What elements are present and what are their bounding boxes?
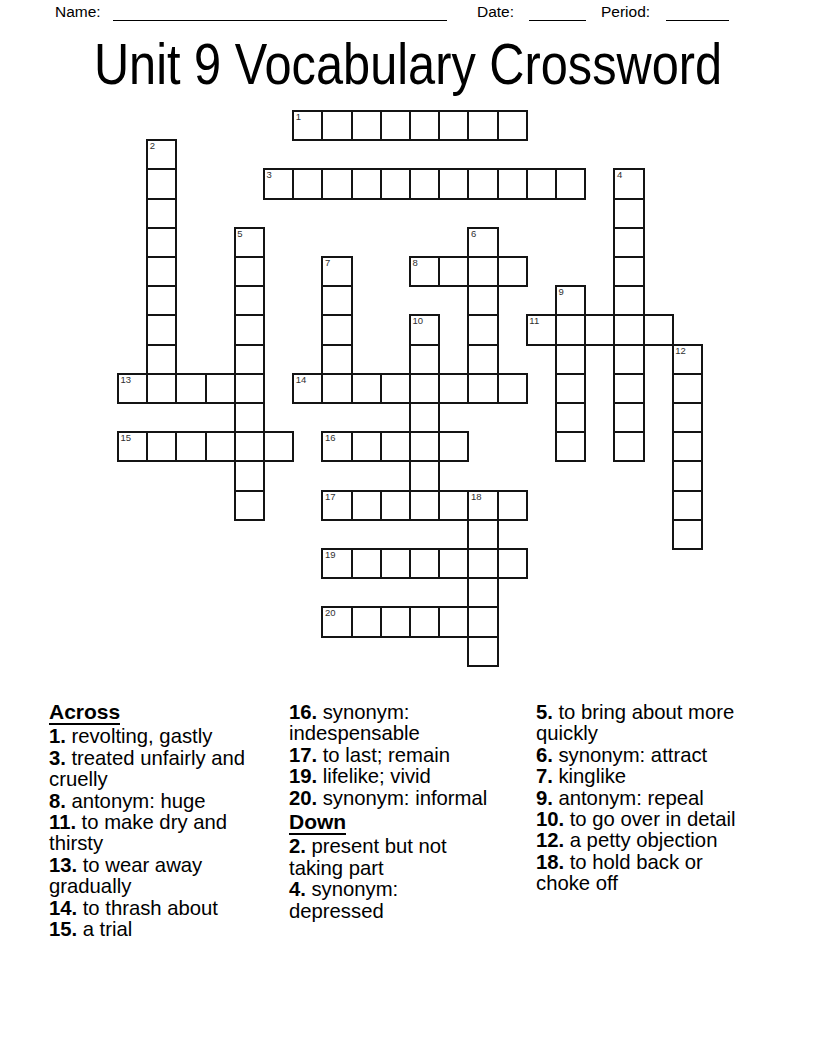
grid-cell-r0c7[interactable] — [321, 110, 352, 141]
clue-number: 10 — [413, 316, 424, 326]
clue-down-6: 6.synonym: attract — [536, 745, 764, 766]
grid-cell-r15c8[interactable] — [351, 548, 382, 579]
clue-number-label: 11. — [49, 811, 76, 833]
clue-number-label: 4. — [289, 878, 306, 900]
clue-number: 8 — [413, 258, 418, 268]
clue-number: 1 — [296, 112, 301, 122]
clue-number: 16 — [325, 433, 336, 443]
grid-cell-r7c12[interactable] — [467, 314, 498, 345]
grid-cell-r10c10[interactable] — [409, 402, 440, 433]
down-heading: Down — [289, 811, 346, 835]
grid-cell-r9c0[interactable]: 13 — [117, 373, 148, 404]
grid-cell-r11c9[interactable] — [380, 431, 411, 462]
clue-number: 3 — [267, 170, 272, 180]
clue-number-label: 16. — [289, 701, 317, 723]
grid-cell-r4c1[interactable] — [146, 227, 177, 258]
clue-down-4: 4.synonym: depressed — [289, 879, 507, 922]
grid-cell-r12c10[interactable] — [409, 460, 440, 491]
grid-cell-r5c13[interactable] — [497, 256, 528, 287]
clue-text: revolting, gastly — [71, 725, 212, 747]
clue-text: present but not taking part — [289, 835, 447, 878]
grid-cell-r2c13[interactable] — [497, 168, 528, 199]
grid-cell-r10c19[interactable] — [672, 402, 703, 433]
clue-text: antonym: repeal — [558, 787, 703, 809]
clue-number-label: 8. — [49, 790, 66, 812]
clue-across-8: 8.antonym: huge — [49, 791, 267, 812]
grid-cell-r7c16[interactable] — [584, 314, 615, 345]
clue-down-5: 5.to bring about more quickly — [536, 702, 764, 745]
clue-across-3: 3.treated unfairly and cruelly — [49, 748, 267, 791]
grid-cell-r7c18[interactable] — [643, 314, 674, 345]
clue-across-1: 1.revolting, gastly — [49, 726, 267, 747]
clue-number: 18 — [471, 492, 482, 502]
grid-cell-r5c17[interactable] — [613, 256, 644, 287]
clue-across-17: 17.to last; remain — [289, 745, 507, 766]
grid-cell-r17c8[interactable] — [351, 606, 382, 637]
grid-cell-r8c1[interactable] — [146, 344, 177, 375]
grid-cell-r12c19[interactable] — [672, 460, 703, 491]
grid-cell-r10c4[interactable] — [234, 402, 265, 433]
grid-cell-r13c4[interactable] — [234, 490, 265, 521]
grid-cell-r17c9[interactable] — [380, 606, 411, 637]
grid-cell-r10c17[interactable] — [613, 402, 644, 433]
grid-cell-r13c12[interactable]: 18 — [467, 490, 498, 521]
grid-cell-r2c8[interactable] — [351, 168, 382, 199]
grid-cell-r11c19[interactable] — [672, 431, 703, 462]
clues-column-1: Across 1.revolting, gastly 3.treated unf… — [49, 701, 267, 940]
grid-cell-r0c6[interactable]: 1 — [292, 110, 323, 141]
grid-cell-r11c0[interactable]: 15 — [117, 431, 148, 462]
clue-down-10: 10.to go over in detail — [536, 809, 764, 830]
grid-cell-r8c4[interactable] — [234, 344, 265, 375]
clue-across-15: 15.a trial — [49, 919, 267, 940]
grid-cell-r13c9[interactable] — [380, 490, 411, 521]
clue-number-label: 13. — [49, 854, 77, 876]
grid-cell-r7c4[interactable] — [234, 314, 265, 345]
clue-number: 9 — [559, 287, 564, 297]
clue-across-14: 14.to thrash about — [49, 898, 267, 919]
grid-cell-r5c1[interactable] — [146, 256, 177, 287]
grid-cell-r0c11[interactable] — [438, 110, 469, 141]
grid-cell-r4c4[interactable]: 5 — [234, 227, 265, 258]
grid-cell-r18c12[interactable] — [467, 636, 498, 667]
grid-cell-r7c15[interactable] — [555, 314, 586, 345]
grid-cell-r2c7[interactable] — [321, 168, 352, 199]
grid-cell-r1c1[interactable]: 2 — [146, 139, 177, 170]
grid-cell-r4c17[interactable] — [613, 227, 644, 258]
grid-cell-r11c17[interactable] — [613, 431, 644, 462]
clue-text: lifelike; vivid — [323, 765, 431, 787]
grid-cell-r6c4[interactable] — [234, 285, 265, 316]
grid-cell-r9c10[interactable] — [409, 373, 440, 404]
grid-cell-r7c10[interactable]: 10 — [409, 314, 440, 345]
clue-down-12: 12.a petty objection — [536, 830, 764, 851]
clue-number: 14 — [296, 375, 307, 385]
clue-text: to bring about more quickly — [536, 701, 734, 744]
worksheet-page: Name: Date: Period: Unit 9 Vocabulary Cr… — [0, 0, 816, 1056]
grid-cell-r9c7[interactable] — [321, 373, 352, 404]
clue-text: kinglike — [558, 765, 626, 787]
clue-text: to go over in detail — [570, 808, 736, 830]
clue-number-label: 18. — [536, 851, 564, 873]
clue-down-2: 2.present but not taking part — [289, 836, 507, 879]
grid-cell-r15c13[interactable] — [497, 548, 528, 579]
grid-cell-r13c19[interactable] — [672, 490, 703, 521]
grid-cell-r9c15[interactable] — [555, 373, 586, 404]
grid-cell-r15c12[interactable] — [467, 548, 498, 579]
grid-cell-r9c1[interactable] — [146, 373, 177, 404]
period-label: Period: — [601, 3, 650, 21]
page-title: Unit 9 Vocabulary Crossword — [65, 35, 750, 93]
grid-cell-r11c7[interactable]: 16 — [321, 431, 352, 462]
grid-cell-r8c15[interactable] — [555, 344, 586, 375]
grid-cell-r11c10[interactable] — [409, 431, 440, 462]
grid-cell-r16c12[interactable] — [467, 577, 498, 608]
clue-number-label: 14. — [49, 897, 77, 919]
clue-across-13: 13.to wear away gradually — [49, 855, 267, 898]
clue-number: 20 — [325, 608, 336, 618]
grid-cell-r11c11[interactable] — [438, 431, 469, 462]
grid-cell-r4c12[interactable]: 6 — [467, 227, 498, 258]
grid-cell-r11c8[interactable] — [351, 431, 382, 462]
clue-text: a trial — [83, 918, 133, 940]
clue-number-label: 9. — [536, 787, 553, 809]
grid-cell-r7c1[interactable] — [146, 314, 177, 345]
clue-number-label: 5. — [536, 701, 553, 723]
clue-number: 4 — [617, 170, 622, 180]
grid-cell-r17c10[interactable] — [409, 606, 440, 637]
grid-cell-r9c13[interactable] — [497, 373, 528, 404]
grid-cell-r17c7[interactable]: 20 — [321, 606, 352, 637]
grid-cell-r9c3[interactable] — [205, 373, 236, 404]
clue-number: 2 — [150, 141, 155, 151]
clue-number: 17 — [325, 492, 336, 502]
clues-column-2: 16.synonym: indespensable 17.to last; re… — [289, 702, 507, 922]
clue-number-label: 17. — [289, 744, 317, 766]
clue-number: 5 — [237, 229, 242, 239]
clue-down-18: 18.to hold back or choke off — [536, 852, 764, 895]
clue-text: a petty objection — [570, 829, 718, 851]
grid-cell-r7c7[interactable] — [321, 314, 352, 345]
grid-cell-r8c10[interactable] — [409, 344, 440, 375]
grid-cell-r11c1[interactable] — [146, 431, 177, 462]
grid-cell-r5c12[interactable] — [467, 256, 498, 287]
grid-cell-r11c5[interactable] — [263, 431, 294, 462]
grid-cell-r7c17[interactable] — [613, 314, 644, 345]
clue-number-label: 6. — [536, 744, 553, 766]
grid-cell-r13c13[interactable] — [497, 490, 528, 521]
crossword-grid: 1234567891011121314151617181920 — [117, 110, 704, 667]
grid-cell-r14c19[interactable] — [672, 519, 703, 550]
grid-cell-r14c12[interactable] — [467, 519, 498, 550]
grid-cell-r9c11[interactable] — [438, 373, 469, 404]
grid-cell-r6c7[interactable] — [321, 285, 352, 316]
grid-cell-r8c19[interactable]: 12 — [672, 344, 703, 375]
grid-cell-r17c11[interactable] — [438, 606, 469, 637]
grid-cell-r13c10[interactable] — [409, 490, 440, 521]
clue-number-label: 15. — [49, 918, 77, 940]
grid-cell-r8c17[interactable] — [613, 344, 644, 375]
grid-cell-r11c2[interactable] — [175, 431, 206, 462]
name-blank-line[interactable] — [113, 2, 447, 21]
clue-number-label: 10. — [536, 808, 564, 830]
grid-cell-r8c7[interactable] — [321, 344, 352, 375]
clue-across-16: 16.synonym: indespensable — [289, 702, 507, 745]
clue-text: synonym: informal — [323, 787, 488, 809]
clue-number: 15 — [121, 433, 132, 443]
grid-cell-r6c17[interactable] — [613, 285, 644, 316]
clue-number-label: 7. — [536, 765, 553, 787]
grid-cell-r11c4[interactable] — [234, 431, 265, 462]
clue-number: 19 — [325, 550, 336, 560]
grid-cell-r12c4[interactable] — [234, 460, 265, 491]
grid-cell-r6c15[interactable]: 9 — [555, 285, 586, 316]
grid-cell-r15c7[interactable]: 19 — [321, 548, 352, 579]
grid-cell-r5c4[interactable] — [234, 256, 265, 287]
grid-cell-r2c5[interactable]: 3 — [263, 168, 294, 199]
grid-cell-r3c1[interactable] — [146, 198, 177, 229]
clue-number: 6 — [471, 229, 476, 239]
grid-cell-r17c12[interactable] — [467, 606, 498, 637]
grid-cell-r15c10[interactable] — [409, 548, 440, 579]
grid-cell-r13c11[interactable] — [438, 490, 469, 521]
clue-across-11: 11.to make dry and thirsty — [49, 812, 267, 855]
clue-number: 7 — [325, 258, 330, 268]
clue-number-label: 19. — [289, 765, 317, 787]
clue-number-label: 1. — [49, 725, 66, 747]
clue-across-20: 20.synonym: informal — [289, 788, 507, 809]
grid-cell-r2c6[interactable] — [292, 168, 323, 199]
grid-cell-r5c11[interactable] — [438, 256, 469, 287]
clue-number-label: 12. — [536, 829, 564, 851]
grid-cell-r3c17[interactable] — [613, 198, 644, 229]
grid-cell-r10c15[interactable] — [555, 402, 586, 433]
period-blank-line[interactable] — [666, 2, 729, 21]
grid-cell-r0c9[interactable] — [380, 110, 411, 141]
grid-cell-r5c10[interactable]: 8 — [409, 256, 440, 287]
grid-cell-r2c1[interactable] — [146, 168, 177, 199]
grid-cell-r8c12[interactable] — [467, 344, 498, 375]
grid-cell-r9c2[interactable] — [175, 373, 206, 404]
clue-number: 12 — [675, 346, 686, 356]
grid-cell-r0c8[interactable] — [351, 110, 382, 141]
grid-cell-r9c17[interactable] — [613, 373, 644, 404]
grid-cell-r9c12[interactable] — [467, 373, 498, 404]
grid-cell-r2c12[interactable] — [467, 168, 498, 199]
grid-cell-r9c19[interactable] — [672, 373, 703, 404]
clue-number-label: 20. — [289, 787, 317, 809]
clue-text: to last; remain — [323, 744, 450, 766]
grid-cell-r0c13[interactable] — [497, 110, 528, 141]
across-heading: Across — [49, 701, 120, 725]
grid-cell-r9c6[interactable]: 14 — [292, 373, 323, 404]
clues-column-3: 5.to bring about more quickly 6.synonym:… — [536, 702, 764, 895]
date-blank-line[interactable] — [529, 2, 586, 21]
date-label: Date: — [477, 3, 514, 21]
clue-text: antonym: huge — [71, 790, 205, 812]
grid-cell-r2c15[interactable] — [555, 168, 586, 199]
grid-cell-r13c7[interactable]: 17 — [321, 490, 352, 521]
clue-text: synonym: attract — [558, 744, 707, 766]
clue-across-19: 19.lifelike; vivid — [289, 766, 507, 787]
clue-down-9: 9.antonym: repeal — [536, 788, 764, 809]
grid-cell-r0c10[interactable] — [409, 110, 440, 141]
grid-cell-r6c12[interactable] — [467, 285, 498, 316]
clue-number: 11 — [529, 316, 539, 326]
grid-cell-r5c7[interactable]: 7 — [321, 256, 352, 287]
clue-text: treated unfairly and cruelly — [49, 747, 245, 790]
grid-cell-r2c14[interactable] — [526, 168, 557, 199]
clue-number-label: 2. — [289, 835, 306, 857]
clue-down-7: 7.kinglike — [536, 766, 764, 787]
grid-cell-r9c8[interactable] — [351, 373, 382, 404]
grid-cell-r2c17[interactable]: 4 — [613, 168, 644, 199]
grid-cell-r9c9[interactable] — [380, 373, 411, 404]
grid-cell-r2c11[interactable] — [438, 168, 469, 199]
grid-cell-r15c11[interactable] — [438, 548, 469, 579]
grid-cell-r2c10[interactable] — [409, 168, 440, 199]
grid-cell-r13c8[interactable] — [351, 490, 382, 521]
grid-cell-r9c4[interactable] — [234, 373, 265, 404]
clue-number-label: 3. — [49, 747, 66, 769]
grid-cell-r11c3[interactable] — [205, 431, 236, 462]
grid-cell-r11c15[interactable] — [555, 431, 586, 462]
grid-cell-r15c9[interactable] — [380, 548, 411, 579]
clue-text: to thrash about — [83, 897, 218, 919]
grid-cell-r2c9[interactable] — [380, 168, 411, 199]
grid-cell-r0c12[interactable] — [467, 110, 498, 141]
grid-cell-r6c1[interactable] — [146, 285, 177, 316]
name-label: Name: — [55, 3, 101, 21]
clue-number: 13 — [121, 375, 132, 385]
grid-cell-r7c14[interactable]: 11 — [526, 314, 557, 345]
